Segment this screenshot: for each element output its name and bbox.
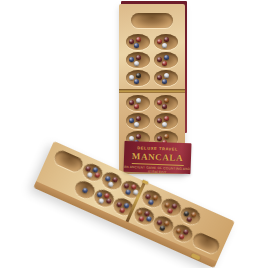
stone-white xyxy=(134,122,139,127)
standing-pit-r4-c2 xyxy=(154,95,178,111)
stone-red xyxy=(157,39,162,44)
stone-red xyxy=(119,207,126,214)
standing-pit-r1-c2 xyxy=(154,34,178,50)
stone-dark xyxy=(159,225,166,232)
stone-blue xyxy=(134,79,139,84)
stone-red xyxy=(167,207,174,214)
stone-white xyxy=(86,172,93,179)
stone-white xyxy=(107,181,114,188)
stone-maroon xyxy=(162,104,167,109)
standing-board-hinge xyxy=(119,89,185,93)
standing-pit-r3-c2 xyxy=(154,70,178,86)
stone-blue xyxy=(125,189,132,196)
label-mancala-title: MANCALA xyxy=(124,151,191,163)
stone-maroon xyxy=(85,165,92,172)
open-pit-bottom-6[interactable] xyxy=(170,222,195,245)
standing-pit-r3-c1 xyxy=(126,70,150,86)
stone-white xyxy=(162,43,167,48)
stone-maroon xyxy=(129,39,134,44)
stone-blue xyxy=(134,43,139,48)
stone-maroon xyxy=(164,37,169,42)
stone-blue xyxy=(162,79,167,84)
stone-amber xyxy=(164,98,169,103)
stone-white xyxy=(98,198,105,205)
product-label: DELUXE TRAVEL MANCALA AN ANCIENT GAME OF… xyxy=(123,141,191,174)
stone-maroon xyxy=(157,136,162,141)
stone-amber xyxy=(136,209,143,216)
standing-pit-r5-c2 xyxy=(154,113,178,129)
stone-maroon xyxy=(129,100,134,105)
standing-pit-r2-c2 xyxy=(154,52,178,68)
stone-maroon xyxy=(157,75,162,80)
stone-maroon xyxy=(136,116,141,121)
stone-blue xyxy=(129,57,134,62)
stone-maroon xyxy=(157,57,162,62)
stone-red xyxy=(178,233,185,240)
stone-blue xyxy=(164,55,169,60)
stone-blue xyxy=(82,187,89,194)
stone-maroon xyxy=(123,183,130,190)
stone-red xyxy=(136,37,141,42)
stone-amber xyxy=(164,134,169,139)
stone-red xyxy=(138,215,145,222)
stone-maroon xyxy=(157,118,162,123)
stone-maroon xyxy=(136,55,141,60)
stone-red xyxy=(94,172,101,179)
stone-blue xyxy=(148,199,155,206)
stone-blue xyxy=(129,118,134,123)
stone-white xyxy=(134,61,139,66)
stone-maroon xyxy=(136,134,141,139)
stone-blue xyxy=(146,216,153,223)
stone-red xyxy=(162,61,167,66)
standing-pit-r4-c1 xyxy=(126,95,150,111)
product-photo: DELUXE TRAVEL MANCALA AN ANCIENT GAME OF… xyxy=(0,0,268,268)
stone-white xyxy=(162,122,167,127)
stone-red xyxy=(134,104,139,109)
standing-board-store xyxy=(131,13,173,28)
standing-pit-r1-c1 xyxy=(126,34,150,50)
stone-white xyxy=(164,73,169,78)
stone-dark xyxy=(136,73,141,78)
stone-blue xyxy=(96,191,103,198)
open-board-left-store[interactable] xyxy=(52,148,85,173)
stone-white xyxy=(136,98,141,103)
standing-pit-r2-c1 xyxy=(126,52,150,68)
stone-maroon xyxy=(186,216,193,223)
standing-pit-r5-c1 xyxy=(126,113,150,129)
stone-white xyxy=(129,75,134,80)
stone-red xyxy=(157,100,162,105)
stone-maroon xyxy=(106,198,113,205)
stone-red xyxy=(164,116,169,121)
